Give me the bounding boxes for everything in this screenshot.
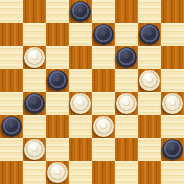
square-b3 xyxy=(23,115,46,138)
black-piece-a3[interactable] xyxy=(1,116,22,137)
square-e7[interactable] xyxy=(92,23,115,46)
square-d7 xyxy=(69,23,92,46)
square-h7 xyxy=(161,23,184,46)
white-piece-c1[interactable] xyxy=(47,162,68,183)
square-b4[interactable] xyxy=(23,92,46,115)
square-g7[interactable] xyxy=(138,23,161,46)
square-h2[interactable] xyxy=(161,138,184,161)
square-f4[interactable] xyxy=(115,92,138,115)
square-b8[interactable] xyxy=(23,0,46,23)
black-piece-h2[interactable] xyxy=(162,139,183,160)
square-a1[interactable] xyxy=(0,161,23,184)
square-d2[interactable] xyxy=(69,138,92,161)
black-piece-f6[interactable] xyxy=(116,47,137,68)
checkers-board xyxy=(0,0,184,184)
square-e4 xyxy=(92,92,115,115)
square-d1 xyxy=(69,161,92,184)
square-g4 xyxy=(138,92,161,115)
square-g5[interactable] xyxy=(138,69,161,92)
square-c4 xyxy=(46,92,69,115)
square-f1 xyxy=(115,161,138,184)
white-piece-b2[interactable] xyxy=(24,139,45,160)
square-f6[interactable] xyxy=(115,46,138,69)
checkers-app xyxy=(0,0,184,184)
square-g1[interactable] xyxy=(138,161,161,184)
square-e1[interactable] xyxy=(92,161,115,184)
square-e6 xyxy=(92,46,115,69)
square-b2[interactable] xyxy=(23,138,46,161)
square-f7 xyxy=(115,23,138,46)
square-g8 xyxy=(138,0,161,23)
square-a4 xyxy=(0,92,23,115)
white-piece-f4[interactable] xyxy=(116,93,137,114)
square-d3 xyxy=(69,115,92,138)
square-b5 xyxy=(23,69,46,92)
square-c2 xyxy=(46,138,69,161)
square-b6[interactable] xyxy=(23,46,46,69)
square-a5[interactable] xyxy=(0,69,23,92)
square-a2 xyxy=(0,138,23,161)
square-h3 xyxy=(161,115,184,138)
square-f8[interactable] xyxy=(115,0,138,23)
square-d5 xyxy=(69,69,92,92)
square-b7 xyxy=(23,23,46,46)
square-b1 xyxy=(23,161,46,184)
square-h4[interactable] xyxy=(161,92,184,115)
white-piece-b6[interactable] xyxy=(24,47,45,68)
square-h6[interactable] xyxy=(161,46,184,69)
square-e8 xyxy=(92,0,115,23)
square-g6 xyxy=(138,46,161,69)
square-c8 xyxy=(46,0,69,23)
black-piece-b4[interactable] xyxy=(24,93,45,114)
square-c6 xyxy=(46,46,69,69)
square-h8[interactable] xyxy=(161,0,184,23)
square-a8 xyxy=(0,0,23,23)
square-g3[interactable] xyxy=(138,115,161,138)
square-d4[interactable] xyxy=(69,92,92,115)
black-piece-c5[interactable] xyxy=(47,70,68,91)
square-d8[interactable] xyxy=(69,0,92,23)
square-c5[interactable] xyxy=(46,69,69,92)
square-f5 xyxy=(115,69,138,92)
white-piece-h4[interactable] xyxy=(162,93,183,114)
black-piece-d8[interactable] xyxy=(70,1,91,22)
black-piece-e7[interactable] xyxy=(93,24,114,45)
square-e5[interactable] xyxy=(92,69,115,92)
square-f2[interactable] xyxy=(115,138,138,161)
square-g2 xyxy=(138,138,161,161)
square-e3[interactable] xyxy=(92,115,115,138)
square-a6 xyxy=(0,46,23,69)
square-c3[interactable] xyxy=(46,115,69,138)
square-c7[interactable] xyxy=(46,23,69,46)
white-piece-g5[interactable] xyxy=(139,70,160,91)
white-piece-d4[interactable] xyxy=(70,93,91,114)
square-a3[interactable] xyxy=(0,115,23,138)
square-e2 xyxy=(92,138,115,161)
white-piece-e3[interactable] xyxy=(93,116,114,137)
square-a7[interactable] xyxy=(0,23,23,46)
square-c1[interactable] xyxy=(46,161,69,184)
square-d6[interactable] xyxy=(69,46,92,69)
black-piece-g7[interactable] xyxy=(139,24,160,45)
square-f3 xyxy=(115,115,138,138)
square-h5 xyxy=(161,69,184,92)
square-h1 xyxy=(161,161,184,184)
